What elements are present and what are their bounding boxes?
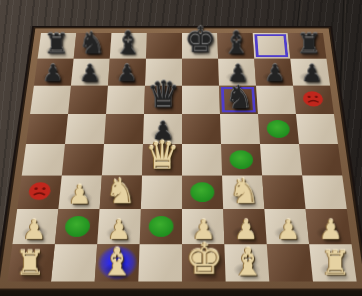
square-e7[interactable] — [182, 59, 219, 86]
square-a2[interactable]: ♟ — [12, 209, 58, 244]
square-c7[interactable]: ♟ — [108, 59, 146, 86]
square-f3[interactable]: ♞ — [222, 176, 264, 209]
piece-black-king[interactable]: ♚ — [184, 23, 216, 58]
square-b6[interactable] — [68, 86, 108, 114]
square-e4[interactable] — [182, 144, 222, 176]
move-target-dot[interactable] — [229, 150, 254, 169]
piece-black-bishop[interactable]: ♝ — [114, 26, 142, 57]
square-f6[interactable]: ♞ — [219, 86, 258, 114]
square-b5[interactable] — [65, 114, 106, 144]
square-d2[interactable] — [140, 209, 182, 244]
chessboard[interactable]: ♜♞♝♚♝♜♟♟♟♟♟♟♛♞♟♛♟♞♞♟♟♟♟♟♟♜♝♚♝♜ — [0, 27, 362, 290]
piece-white-knight[interactable]: ♞ — [105, 173, 136, 208]
square-f1[interactable]: ♝ — [224, 244, 269, 281]
piece-white-rook[interactable]: ♜ — [14, 247, 44, 281]
square-g8[interactable] — [252, 33, 290, 59]
square-h5[interactable] — [296, 114, 338, 144]
square-d3[interactable] — [141, 176, 182, 209]
square-b4[interactable] — [62, 144, 104, 176]
square-g4[interactable] — [260, 144, 302, 176]
last-move-from-highlight — [254, 34, 288, 57]
square-c3[interactable]: ♞ — [100, 176, 142, 209]
square-b2[interactable] — [55, 209, 100, 244]
square-g6[interactable] — [256, 86, 296, 114]
piece-white-queen[interactable]: ♛ — [144, 136, 179, 175]
square-h4[interactable] — [299, 144, 342, 176]
piece-black-queen[interactable]: ♛ — [146, 76, 179, 113]
square-c1[interactable]: ♝ — [95, 244, 140, 281]
square-f5[interactable] — [220, 114, 260, 144]
square-b3[interactable]: ♟ — [58, 176, 101, 209]
blunder-move-frown-icon[interactable] — [27, 182, 53, 201]
square-h7[interactable]: ♟ — [290, 59, 330, 86]
piece-black-pawn[interactable]: ♟ — [264, 61, 285, 85]
square-a7[interactable]: ♟ — [34, 59, 74, 86]
piece-white-rook[interactable]: ♜ — [320, 247, 350, 281]
piece-white-pawn[interactable]: ♟ — [276, 216, 300, 243]
square-b8[interactable]: ♞ — [74, 33, 112, 59]
piece-white-pawn[interactable]: ♟ — [318, 216, 342, 243]
square-g5[interactable] — [258, 114, 299, 144]
square-d6[interactable]: ♛ — [144, 86, 182, 114]
piece-black-pawn[interactable]: ♟ — [301, 61, 322, 85]
square-a3[interactable] — [17, 176, 62, 209]
square-c5[interactable] — [104, 114, 144, 144]
blunder-move-frown-icon[interactable] — [301, 91, 325, 107]
square-g2[interactable]: ♟ — [264, 209, 309, 244]
piece-black-rook[interactable]: ♜ — [296, 30, 321, 58]
piece-white-pawn[interactable]: ♟ — [22, 216, 46, 243]
piece-white-knight[interactable]: ♞ — [228, 173, 259, 208]
square-e5[interactable] — [182, 114, 221, 144]
square-a5[interactable] — [26, 114, 68, 144]
square-d1[interactable] — [138, 244, 182, 281]
square-g7[interactable]: ♟ — [254, 59, 293, 86]
square-b7[interactable]: ♟ — [71, 59, 110, 86]
piece-black-pawn[interactable]: ♟ — [116, 61, 137, 85]
piece-black-pawn[interactable]: ♟ — [42, 61, 63, 85]
piece-white-bishop[interactable]: ♝ — [100, 243, 134, 281]
square-g3[interactable] — [262, 176, 305, 209]
piece-white-pawn[interactable]: ♟ — [67, 182, 91, 208]
square-a8[interactable]: ♜ — [38, 33, 77, 59]
square-e8[interactable]: ♚ — [182, 33, 218, 59]
chess-scene: ♜♞♝♚♝♜♟♟♟♟♟♟♛♞♟♛♟♞♞♟♟♟♟♟♟♜♝♚♝♜ — [0, 0, 362, 296]
square-e6[interactable] — [182, 86, 220, 114]
square-h8[interactable]: ♜ — [288, 33, 327, 59]
square-f8[interactable]: ♝ — [217, 33, 254, 59]
move-target-dot[interactable] — [266, 120, 291, 138]
move-target-dot[interactable] — [148, 216, 173, 237]
square-e3[interactable] — [182, 176, 223, 209]
square-a4[interactable] — [22, 144, 65, 176]
square-h1[interactable]: ♜ — [309, 244, 356, 281]
square-h3[interactable] — [302, 176, 347, 209]
piece-white-bishop[interactable]: ♝ — [230, 243, 264, 281]
square-d8[interactable] — [146, 33, 182, 59]
square-h2[interactable]: ♟ — [306, 209, 352, 244]
piece-black-knight[interactable]: ♞ — [78, 27, 105, 58]
square-g1[interactable] — [267, 244, 313, 281]
piece-black-rook[interactable]: ♜ — [43, 30, 68, 58]
square-e1[interactable]: ♚ — [182, 244, 226, 281]
piece-white-king[interactable]: ♚ — [185, 238, 223, 281]
move-target-dot[interactable] — [64, 216, 91, 237]
piece-black-pawn[interactable]: ♟ — [79, 61, 100, 85]
square-a6[interactable] — [30, 86, 71, 114]
chessboard-grid: ♜♞♝♚♝♜♟♟♟♟♟♟♛♞♟♛♟♞♞♟♟♟♟♟♟♜♝♚♝♜ — [7, 33, 356, 282]
move-target-dot[interactable] — [190, 182, 215, 202]
square-c6[interactable] — [106, 86, 145, 114]
square-d4[interactable]: ♛ — [142, 144, 182, 176]
square-c8[interactable]: ♝ — [110, 33, 147, 59]
piece-black-knight[interactable]: ♞ — [225, 81, 254, 113]
piece-black-bishop[interactable]: ♝ — [222, 26, 250, 57]
square-a1[interactable]: ♜ — [7, 244, 54, 281]
square-h6[interactable] — [293, 86, 334, 114]
